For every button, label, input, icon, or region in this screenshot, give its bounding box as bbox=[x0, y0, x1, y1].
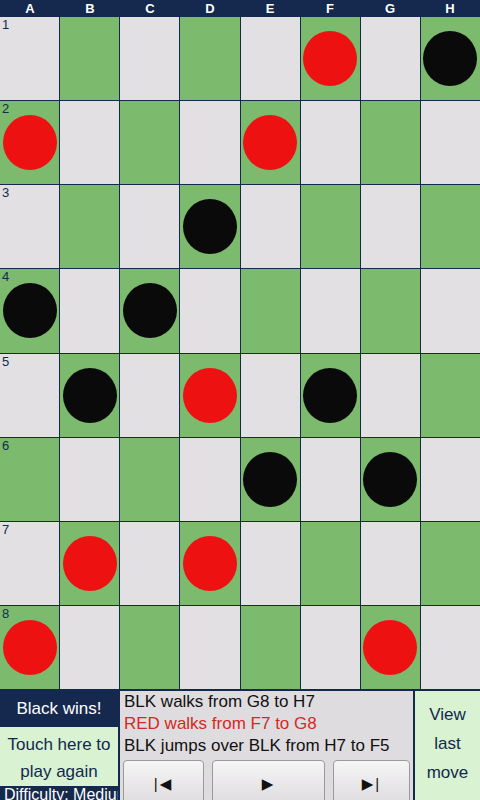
square-E1[interactable] bbox=[241, 17, 300, 100]
status-banner: Black wins! bbox=[0, 691, 118, 727]
square-E2[interactable] bbox=[241, 101, 300, 184]
col-label-D: D bbox=[180, 0, 240, 17]
square-E8[interactable] bbox=[241, 606, 300, 689]
square-B1[interactable] bbox=[60, 17, 119, 100]
black-checker-D3[interactable] bbox=[183, 199, 237, 254]
square-C8[interactable] bbox=[120, 606, 179, 689]
red-checker-A8[interactable] bbox=[3, 620, 57, 675]
row-label-4: 4 bbox=[2, 269, 9, 284]
square-A4[interactable]: 4 bbox=[0, 269, 59, 352]
square-H8[interactable] bbox=[421, 606, 480, 689]
square-D5[interactable] bbox=[180, 354, 239, 437]
row-label-6: 6 bbox=[2, 438, 9, 453]
square-H4[interactable] bbox=[421, 269, 480, 352]
square-C3[interactable] bbox=[120, 185, 179, 268]
square-G5[interactable] bbox=[361, 354, 420, 437]
row-label-7: 7 bbox=[2, 522, 9, 537]
square-E4[interactable] bbox=[241, 269, 300, 352]
square-G4[interactable] bbox=[361, 269, 420, 352]
red-checker-F1[interactable] bbox=[303, 31, 357, 86]
nav-play-button[interactable]: ▶ bbox=[212, 760, 325, 800]
red-checker-G8[interactable] bbox=[363, 620, 417, 675]
move-log-entry: RED walks from F7 to G8 bbox=[124, 713, 413, 735]
square-H1[interactable] bbox=[421, 17, 480, 100]
square-B8[interactable] bbox=[60, 606, 119, 689]
square-A7[interactable]: 7 bbox=[0, 522, 59, 605]
square-A2[interactable]: 2 bbox=[0, 101, 59, 184]
square-H3[interactable] bbox=[421, 185, 480, 268]
black-checker-C4[interactable] bbox=[123, 283, 177, 338]
difficulty-label: Difficulty: Medium bbox=[0, 786, 118, 800]
red-checker-E2[interactable] bbox=[243, 115, 297, 170]
square-F1[interactable] bbox=[301, 17, 360, 100]
square-A5[interactable]: 5 bbox=[0, 354, 59, 437]
square-C5[interactable] bbox=[120, 354, 179, 437]
square-E7[interactable] bbox=[241, 522, 300, 605]
left-panel: Black wins! Touch here to play again Dif… bbox=[0, 691, 118, 800]
square-G1[interactable] bbox=[361, 17, 420, 100]
checkers-app: ABCDEFGH 12345678 Black wins! Touch here… bbox=[0, 0, 480, 800]
row-label-5: 5 bbox=[2, 354, 9, 369]
nav-last-button[interactable]: ▶| bbox=[333, 760, 410, 800]
square-D1[interactable] bbox=[180, 17, 239, 100]
nav-first-button[interactable]: |◀ bbox=[123, 760, 204, 800]
move-log-entry: BLK walks from G8 to H7 bbox=[124, 691, 413, 713]
square-B7[interactable] bbox=[60, 522, 119, 605]
row-label-1: 1 bbox=[2, 17, 9, 32]
black-checker-H1[interactable] bbox=[423, 31, 477, 86]
center-panel: BLK walks from G8 to H7RED walks from F7… bbox=[118, 691, 415, 800]
col-label-G: G bbox=[360, 0, 420, 17]
col-label-H: H bbox=[420, 0, 480, 17]
square-D3[interactable] bbox=[180, 185, 239, 268]
square-H5[interactable] bbox=[421, 354, 480, 437]
col-label-B: B bbox=[60, 0, 120, 17]
red-checker-D7[interactable] bbox=[183, 536, 237, 591]
col-label-E: E bbox=[240, 0, 300, 17]
square-E3[interactable] bbox=[241, 185, 300, 268]
move-log: BLK walks from G8 to H7RED walks from F7… bbox=[120, 691, 413, 757]
square-D6[interactable] bbox=[180, 438, 239, 521]
square-B2[interactable] bbox=[60, 101, 119, 184]
square-B5[interactable] bbox=[60, 354, 119, 437]
view-last-move-button[interactable]: View last move bbox=[415, 691, 480, 800]
square-F4[interactable] bbox=[301, 269, 360, 352]
square-F7[interactable] bbox=[301, 522, 360, 605]
move-log-entry: BLK jumps over BLK from H7 to F5 bbox=[124, 735, 413, 757]
playback-controls: |◀▶▶| bbox=[120, 757, 413, 800]
square-F3[interactable] bbox=[301, 185, 360, 268]
square-F2[interactable] bbox=[301, 101, 360, 184]
square-H2[interactable] bbox=[421, 101, 480, 184]
square-D8[interactable] bbox=[180, 606, 239, 689]
row-label-3: 3 bbox=[2, 185, 9, 200]
black-checker-G6[interactable] bbox=[363, 452, 417, 507]
black-checker-E6[interactable] bbox=[243, 452, 297, 507]
square-B3[interactable] bbox=[60, 185, 119, 268]
square-H7[interactable] bbox=[421, 522, 480, 605]
square-F5[interactable] bbox=[301, 354, 360, 437]
row-label-8: 8 bbox=[2, 606, 9, 621]
black-checker-B5[interactable] bbox=[63, 368, 117, 423]
black-checker-A4[interactable] bbox=[3, 283, 57, 338]
play-again-button[interactable]: Touch here to play again bbox=[0, 727, 118, 786]
square-C7[interactable] bbox=[120, 522, 179, 605]
square-C6[interactable] bbox=[120, 438, 179, 521]
col-label-C: C bbox=[120, 0, 180, 17]
square-A3[interactable]: 3 bbox=[0, 185, 59, 268]
square-C4[interactable] bbox=[120, 269, 179, 352]
square-H6[interactable] bbox=[421, 438, 480, 521]
col-label-A: A bbox=[0, 0, 60, 17]
square-D7[interactable] bbox=[180, 522, 239, 605]
square-D4[interactable] bbox=[180, 269, 239, 352]
square-F6[interactable] bbox=[301, 438, 360, 521]
board: 12345678 bbox=[0, 17, 480, 689]
square-G8[interactable] bbox=[361, 606, 420, 689]
square-E6[interactable] bbox=[241, 438, 300, 521]
square-G6[interactable] bbox=[361, 438, 420, 521]
square-B4[interactable] bbox=[60, 269, 119, 352]
square-B6[interactable] bbox=[60, 438, 119, 521]
square-A1[interactable]: 1 bbox=[0, 17, 59, 100]
bottom-panel: Black wins! Touch here to play again Dif… bbox=[0, 689, 480, 800]
square-G2[interactable] bbox=[361, 101, 420, 184]
square-A6[interactable]: 6 bbox=[0, 438, 59, 521]
square-G7[interactable] bbox=[361, 522, 420, 605]
square-G3[interactable] bbox=[361, 185, 420, 268]
row-label-2: 2 bbox=[2, 101, 9, 116]
square-A8[interactable]: 8 bbox=[0, 606, 59, 689]
red-checker-D5[interactable] bbox=[183, 368, 237, 423]
red-checker-A2[interactable] bbox=[3, 115, 57, 170]
column-labels: ABCDEFGH bbox=[0, 0, 480, 17]
square-C1[interactable] bbox=[120, 17, 179, 100]
square-C2[interactable] bbox=[120, 101, 179, 184]
square-E5[interactable] bbox=[241, 354, 300, 437]
black-checker-F5[interactable] bbox=[303, 368, 357, 423]
square-D2[interactable] bbox=[180, 101, 239, 184]
red-checker-B7[interactable] bbox=[63, 536, 117, 591]
square-F8[interactable] bbox=[301, 606, 360, 689]
col-label-F: F bbox=[300, 0, 360, 17]
